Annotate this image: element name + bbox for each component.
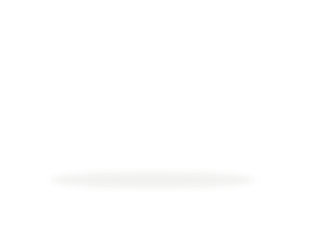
tray-top-face (40, 16, 280, 240)
product-photo (40, 16, 280, 240)
